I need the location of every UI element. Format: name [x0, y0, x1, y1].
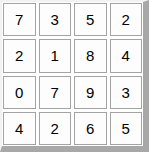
cell-value: 3	[122, 85, 130, 100]
cell-value: 2	[15, 48, 23, 63]
cell-value: 2	[122, 12, 130, 27]
cell-value: 3	[51, 12, 59, 27]
cell-value: 9	[86, 85, 94, 100]
grid-cell-r1c3[interactable]: 4	[110, 39, 143, 72]
grid-cell-r3c1[interactable]: 2	[39, 112, 72, 145]
grid-cell-r0c0[interactable]: 7	[3, 3, 36, 36]
cell-value: 6	[86, 121, 94, 136]
cell-value: 2	[51, 121, 59, 136]
grid-cell-r3c0[interactable]: 4	[3, 112, 36, 145]
number-grid: 7 3 5 2 2 1 8 4 0 7 9 3 4 2 6 5	[3, 3, 142, 145]
grid-cell-r3c3[interactable]: 5	[110, 112, 143, 145]
cell-value: 0	[15, 85, 23, 100]
grid-cell-r2c2[interactable]: 9	[74, 76, 107, 109]
cell-value: 7	[51, 85, 59, 100]
grid-cell-r0c3[interactable]: 2	[110, 3, 143, 36]
grid-cell-r1c0[interactable]: 2	[3, 39, 36, 72]
cell-value: 4	[15, 121, 23, 136]
grid-cell-r3c2[interactable]: 6	[74, 112, 107, 145]
cell-value: 5	[122, 121, 130, 136]
cell-value: 8	[86, 48, 94, 63]
grid-cell-r0c2[interactable]: 5	[74, 3, 107, 36]
grid-cell-r1c1[interactable]: 1	[39, 39, 72, 72]
grid-cell-r1c2[interactable]: 8	[74, 39, 107, 72]
puzzle-board: 7 3 5 2 2 1 8 4 0 7 9 3 4 2 6 5	[0, 0, 149, 152]
cell-value: 1	[51, 48, 59, 63]
cell-value: 7	[15, 12, 23, 27]
grid-cell-r2c0[interactable]: 0	[3, 76, 36, 109]
grid-cell-r2c3[interactable]: 3	[110, 76, 143, 109]
cell-value: 4	[122, 48, 130, 63]
cell-value: 5	[86, 12, 94, 27]
grid-cell-r2c1[interactable]: 7	[39, 76, 72, 109]
grid-cell-r0c1[interactable]: 3	[39, 3, 72, 36]
